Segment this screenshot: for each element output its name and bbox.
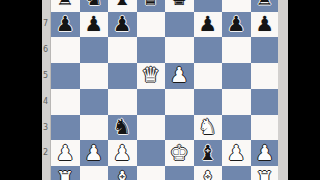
square-c3[interactable]: ♞	[108, 115, 137, 141]
white-pawn-a2[interactable]: ♟	[56, 143, 75, 164]
square-d6[interactable]	[137, 37, 166, 63]
black-rook-a8[interactable]: ♜	[56, 0, 75, 9]
rank-label-2: 2	[41, 148, 50, 157]
square-a3[interactable]	[51, 115, 80, 141]
square-h8[interactable]: ♜	[251, 0, 279, 12]
square-g6[interactable]	[222, 37, 251, 63]
square-g5[interactable]	[222, 63, 251, 89]
square-h3[interactable]	[251, 115, 279, 141]
board-clip: ♜♞♝♛♚♜♟♟♟♟♟♟♛♟♞♞♟♟♟♚♝♟♟♜♝♝♜	[50, 0, 278, 180]
rank-label-7: 7	[41, 19, 50, 28]
black-bishop-f2[interactable]: ♝	[198, 143, 217, 164]
square-h7[interactable]: ♟	[251, 12, 279, 38]
square-g8[interactable]	[222, 0, 251, 12]
square-h5[interactable]	[251, 63, 279, 89]
square-f6[interactable]	[194, 37, 223, 63]
square-e3[interactable]	[165, 115, 194, 141]
square-d8[interactable]: ♛	[137, 0, 166, 12]
square-f2[interactable]: ♝	[194, 140, 223, 166]
square-f4[interactable]	[194, 89, 223, 115]
square-d3[interactable]	[137, 115, 166, 141]
square-c7[interactable]: ♟	[108, 12, 137, 38]
square-g2[interactable]: ♟	[222, 140, 251, 166]
black-queen-d8[interactable]: ♛	[141, 0, 160, 9]
square-d1[interactable]	[137, 166, 166, 180]
square-g3[interactable]	[222, 115, 251, 141]
square-b6[interactable]	[80, 37, 109, 63]
white-pawn-b2[interactable]: ♟	[84, 143, 103, 164]
square-c4[interactable]	[108, 89, 137, 115]
square-h4[interactable]	[251, 89, 279, 115]
square-a6[interactable]	[51, 37, 80, 63]
white-rook-h1[interactable]: ♜	[255, 169, 274, 180]
white-king-e2[interactable]: ♚	[170, 143, 189, 164]
square-b5[interactable]	[80, 63, 109, 89]
black-pawn-f7[interactable]: ♟	[198, 14, 217, 35]
square-c6[interactable]	[108, 37, 137, 63]
black-bishop-c8[interactable]: ♝	[113, 0, 132, 9]
square-f1[interactable]: ♝	[194, 166, 223, 180]
square-d7[interactable]	[137, 12, 166, 38]
square-e6[interactable]	[165, 37, 194, 63]
square-c8[interactable]: ♝	[108, 0, 137, 12]
square-a5[interactable]	[51, 63, 80, 89]
rank-label-3: 3	[41, 123, 50, 132]
square-a4[interactable]	[51, 89, 80, 115]
chess-board: ♜♞♝♛♚♜♟♟♟♟♟♟♛♟♞♞♟♟♟♚♝♟♟♜♝♝♜	[50, 0, 278, 180]
square-f3[interactable]: ♞	[194, 115, 223, 141]
letterbox-left	[0, 0, 42, 180]
square-c2[interactable]: ♟	[108, 140, 137, 166]
white-pawn-c2[interactable]: ♟	[113, 143, 132, 164]
black-pawn-b7[interactable]: ♟	[84, 14, 103, 35]
black-pawn-a7[interactable]: ♟	[56, 14, 75, 35]
square-e5[interactable]: ♟	[165, 63, 194, 89]
black-pawn-h7[interactable]: ♟	[255, 14, 274, 35]
square-a8[interactable]: ♜	[51, 0, 80, 12]
square-g1[interactable]	[222, 166, 251, 180]
square-f8[interactable]	[194, 0, 223, 12]
square-e4[interactable]	[165, 89, 194, 115]
square-b8[interactable]: ♞	[80, 0, 109, 12]
square-g4[interactable]	[222, 89, 251, 115]
video-frame: ♜♞♝♛♚♜♟♟♟♟♟♟♛♟♞♞♟♟♟♚♝♟♟♜♝♝♜ 765432	[0, 0, 320, 180]
square-e2[interactable]: ♚	[165, 140, 194, 166]
square-b3[interactable]	[80, 115, 109, 141]
square-e7[interactable]	[165, 12, 194, 38]
black-knight-c3[interactable]: ♞	[113, 117, 132, 138]
square-a1[interactable]: ♜	[51, 166, 80, 180]
white-bishop-c1[interactable]: ♝	[113, 169, 132, 180]
square-h6[interactable]	[251, 37, 279, 63]
square-d4[interactable]	[137, 89, 166, 115]
square-d5[interactable]: ♛	[137, 63, 166, 89]
white-bishop-f1[interactable]: ♝	[198, 169, 217, 180]
square-c1[interactable]: ♝	[108, 166, 137, 180]
white-pawn-h2[interactable]: ♟	[255, 143, 274, 164]
square-f5[interactable]	[194, 63, 223, 89]
rank-label-5: 5	[41, 71, 50, 80]
rank-label-4: 4	[41, 97, 50, 106]
square-e8[interactable]: ♚	[165, 0, 194, 12]
white-knight-f3[interactable]: ♞	[198, 117, 217, 138]
square-b2[interactable]: ♟	[80, 140, 109, 166]
square-e1[interactable]	[165, 166, 194, 180]
black-king-e8[interactable]: ♚	[170, 0, 189, 9]
square-h2[interactable]: ♟	[251, 140, 279, 166]
black-pawn-g7[interactable]: ♟	[227, 14, 246, 35]
rank-label-6: 6	[41, 45, 50, 54]
square-b7[interactable]: ♟	[80, 12, 109, 38]
letterbox-right	[288, 0, 320, 180]
white-queen-d5[interactable]: ♛	[141, 65, 160, 86]
square-d2[interactable]	[137, 140, 166, 166]
white-rook-a1[interactable]: ♜	[56, 169, 75, 180]
square-a7[interactable]: ♟	[51, 12, 80, 38]
square-b1[interactable]	[80, 166, 109, 180]
square-g7[interactable]: ♟	[222, 12, 251, 38]
white-pawn-e5[interactable]: ♟	[170, 65, 189, 86]
square-f7[interactable]: ♟	[194, 12, 223, 38]
black-pawn-c7[interactable]: ♟	[113, 14, 132, 35]
square-b4[interactable]	[80, 89, 109, 115]
square-a2[interactable]: ♟	[51, 140, 80, 166]
black-knight-b8[interactable]: ♞	[84, 0, 103, 9]
white-pawn-g2[interactable]: ♟	[227, 143, 246, 164]
square-h1[interactable]: ♜	[251, 166, 279, 180]
black-rook-h8[interactable]: ♜	[255, 0, 274, 9]
square-c5[interactable]	[108, 63, 137, 89]
